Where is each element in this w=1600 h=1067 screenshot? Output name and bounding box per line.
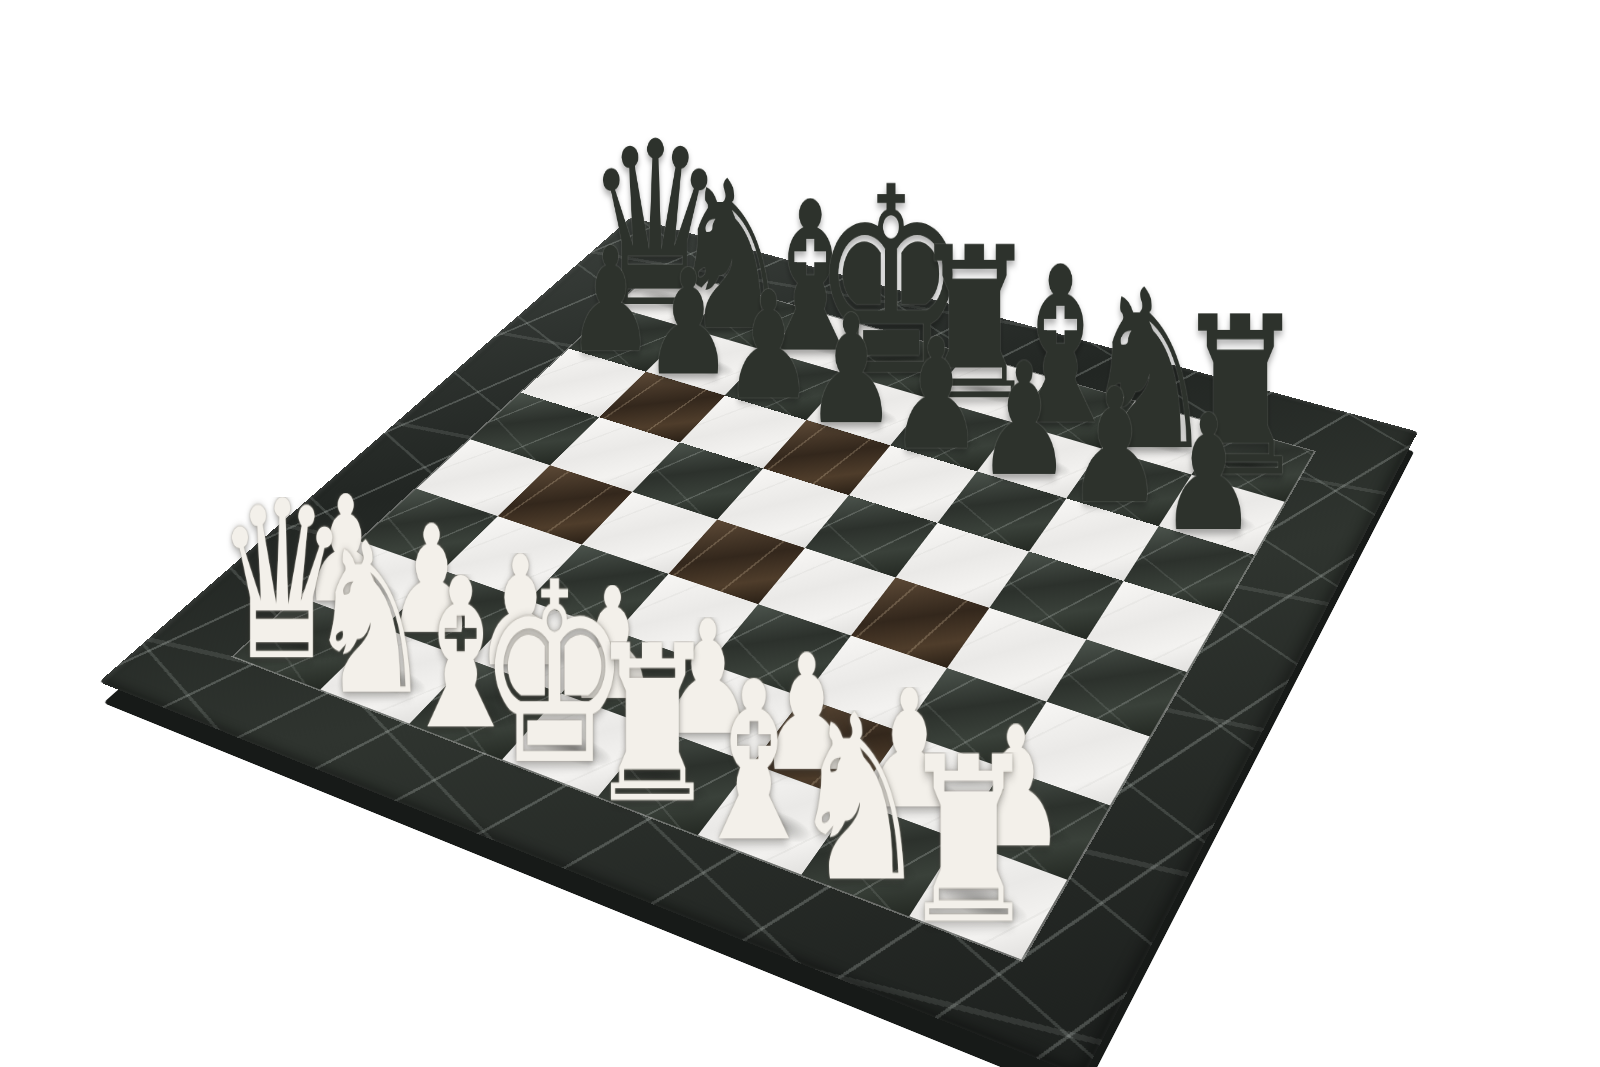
board-grid: ♛♞♝♚♜♝♞♜♟♟♟♟♟♟♟♟♟♟♟♟♟♟♟♟♛♞♝♚♜♝♞♜ [234, 267, 1313, 959]
piece-black-pawn-d7: ♟ [805, 311, 897, 429]
piece-black-pawn-g7: ♟ [1067, 385, 1164, 508]
piece-black-pawn-b7: ♟ [644, 266, 733, 380]
piece-black-pawn-c7: ♟ [723, 288, 814, 404]
piece-black-pawn-h7: ♟ [1160, 411, 1258, 537]
piece-black-pawn-f7: ♟ [977, 359, 1072, 481]
piece-black-pawn-e7: ♟ [890, 335, 984, 455]
square-h7: ♟ [1159, 475, 1285, 555]
square-e5 [805, 495, 938, 577]
piece-black-pawn-a7: ♟ [567, 244, 655, 357]
chess-board: ♛♞♝♚♜♝♞♜♟♟♟♟♟♟♟♟♟♟♟♟♟♟♟♟♛♞♝♚♜♝♞♜ [99, 217, 1418, 1067]
square-g4 [947, 608, 1086, 702]
product-photo-scene: ♛♞♝♚♜♝♞♜♟♟♟♟♟♟♟♟♟♟♟♟♟♟♟♟♛♞♝♚♜♝♞♜ [0, 0, 1600, 1067]
piece-white-rook-h1: ♜ [899, 753, 1038, 931]
